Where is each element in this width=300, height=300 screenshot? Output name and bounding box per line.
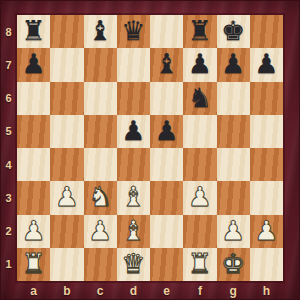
square-b5[interactable] [50, 115, 83, 148]
square-c5[interactable] [84, 115, 117, 148]
black-pawn: ♟ [221, 50, 245, 77]
square-d8[interactable]: ♛ [117, 15, 150, 48]
square-f1[interactable]: ♜ [183, 248, 216, 281]
chessboard-frame: 87654321 abcdefgh ♜♝♛♜♚♟♝♟♟♟♞♟♟♟♞♝♟♟♟♝♟♟… [0, 0, 300, 300]
white-pawn: ♟ [22, 217, 46, 244]
square-g4[interactable] [217, 148, 250, 181]
rank-label-5: 5 [0, 115, 17, 148]
square-d2[interactable]: ♝ [117, 215, 150, 248]
square-a4[interactable] [17, 148, 50, 181]
black-knight: ♞ [188, 84, 212, 111]
rank-label-6: 6 [0, 82, 17, 115]
square-e5[interactable]: ♟ [150, 115, 183, 148]
file-label-h: h [250, 281, 283, 300]
white-rook: ♜ [188, 250, 212, 277]
square-g8[interactable]: ♚ [217, 15, 250, 48]
black-pawn: ♟ [121, 117, 145, 144]
file-label-c: c [84, 281, 117, 300]
square-d3[interactable]: ♝ [117, 181, 150, 214]
square-b1[interactable] [50, 248, 83, 281]
square-a3[interactable] [17, 181, 50, 214]
rank-label-7: 7 [0, 48, 17, 81]
square-h1[interactable] [250, 248, 283, 281]
square-h8[interactable] [250, 15, 283, 48]
square-b7[interactable] [50, 48, 83, 81]
square-g6[interactable] [217, 82, 250, 115]
square-b2[interactable] [50, 215, 83, 248]
black-bishop: ♝ [155, 50, 179, 77]
square-e8[interactable] [150, 15, 183, 48]
rank-label-2: 2 [0, 215, 17, 248]
square-d1[interactable]: ♛ [117, 248, 150, 281]
file-label-a: a [17, 281, 50, 300]
white-king: ♚ [221, 250, 245, 277]
black-king: ♚ [221, 17, 245, 44]
square-g3[interactable] [217, 181, 250, 214]
square-b4[interactable] [50, 148, 83, 181]
white-queen: ♛ [121, 250, 145, 277]
file-label-f: f [183, 281, 216, 300]
square-f8[interactable]: ♜ [183, 15, 216, 48]
square-g7[interactable]: ♟ [217, 48, 250, 81]
black-pawn: ♟ [254, 50, 278, 77]
black-queen: ♛ [121, 17, 145, 44]
square-c6[interactable] [84, 82, 117, 115]
black-pawn: ♟ [188, 50, 212, 77]
square-e1[interactable] [150, 248, 183, 281]
square-h5[interactable] [250, 115, 283, 148]
square-a2[interactable]: ♟ [17, 215, 50, 248]
white-pawn: ♟ [254, 217, 278, 244]
square-e3[interactable] [150, 181, 183, 214]
white-pawn: ♟ [88, 217, 112, 244]
square-g5[interactable] [217, 115, 250, 148]
white-rook: ♜ [22, 250, 46, 277]
square-a7[interactable]: ♟ [17, 48, 50, 81]
square-f6[interactable]: ♞ [183, 82, 216, 115]
square-f4[interactable] [183, 148, 216, 181]
square-a1[interactable]: ♜ [17, 248, 50, 281]
square-h4[interactable] [250, 148, 283, 181]
white-pawn: ♟ [221, 217, 245, 244]
black-rook: ♜ [22, 17, 46, 44]
black-bishop: ♝ [88, 17, 112, 44]
square-f3[interactable]: ♟ [183, 181, 216, 214]
white-bishop: ♝ [121, 217, 145, 244]
square-c3[interactable]: ♞ [84, 181, 117, 214]
square-f2[interactable] [183, 215, 216, 248]
square-d6[interactable] [117, 82, 150, 115]
square-a6[interactable] [17, 82, 50, 115]
file-labels: abcdefgh [17, 281, 283, 300]
square-d4[interactable] [117, 148, 150, 181]
square-e6[interactable] [150, 82, 183, 115]
black-rook: ♜ [188, 17, 212, 44]
square-h2[interactable]: ♟ [250, 215, 283, 248]
square-g1[interactable]: ♚ [217, 248, 250, 281]
white-pawn: ♟ [55, 183, 79, 210]
square-e4[interactable] [150, 148, 183, 181]
square-h6[interactable] [250, 82, 283, 115]
square-a8[interactable]: ♜ [17, 15, 50, 48]
square-a5[interactable] [17, 115, 50, 148]
file-label-g: g [217, 281, 250, 300]
square-c7[interactable] [84, 48, 117, 81]
square-e7[interactable]: ♝ [150, 48, 183, 81]
chessboard: ♜♝♛♜♚♟♝♟♟♟♞♟♟♟♞♝♟♟♟♝♟♟♜♛♜♚ [17, 15, 283, 281]
square-c1[interactable] [84, 248, 117, 281]
square-b6[interactable] [50, 82, 83, 115]
white-knight: ♞ [88, 183, 112, 210]
square-b3[interactable]: ♟ [50, 181, 83, 214]
square-f7[interactable]: ♟ [183, 48, 216, 81]
white-bishop: ♝ [121, 183, 145, 210]
square-c4[interactable] [84, 148, 117, 181]
square-d5[interactable]: ♟ [117, 115, 150, 148]
rank-label-1: 1 [0, 248, 17, 281]
square-g2[interactable]: ♟ [217, 215, 250, 248]
rank-label-8: 8 [0, 15, 17, 48]
rank-labels: 87654321 [0, 15, 17, 281]
square-b8[interactable] [50, 15, 83, 48]
square-h3[interactable] [250, 181, 283, 214]
file-label-b: b [50, 281, 83, 300]
rank-label-3: 3 [0, 181, 17, 214]
square-d7[interactable] [117, 48, 150, 81]
square-h7[interactable]: ♟ [250, 48, 283, 81]
square-e2[interactable] [150, 215, 183, 248]
square-f5[interactable] [183, 115, 216, 148]
square-c8[interactable]: ♝ [84, 15, 117, 48]
black-pawn: ♟ [22, 50, 46, 77]
white-pawn: ♟ [188, 183, 212, 210]
file-label-d: d [117, 281, 150, 300]
black-pawn: ♟ [155, 117, 179, 144]
file-label-e: e [150, 281, 183, 300]
square-c2[interactable]: ♟ [84, 215, 117, 248]
rank-label-4: 4 [0, 148, 17, 181]
